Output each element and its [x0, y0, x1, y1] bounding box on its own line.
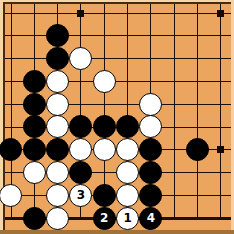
board-cell: [69, 116, 92, 139]
board-cell: [46, 47, 69, 70]
stone-white: [116, 138, 139, 161]
stone-white: [93, 138, 116, 161]
stone-white: [116, 184, 139, 207]
board-cell: 3: [69, 184, 92, 207]
board-cell: [0, 138, 23, 161]
board-cell: [93, 184, 116, 207]
stone-white: [69, 138, 92, 161]
board-cell: [46, 70, 69, 93]
stone-black: [23, 207, 46, 230]
board-cell: [46, 161, 69, 184]
board-cell: [46, 138, 69, 161]
stone-black: [93, 184, 116, 207]
stone-white: [139, 93, 162, 116]
stone-white: [46, 184, 69, 207]
stone-black: [23, 93, 46, 116]
stone-white: [93, 70, 116, 93]
board-cell: [116, 138, 139, 161]
board-cell: [93, 116, 116, 139]
board-cell: [69, 47, 92, 70]
stones-grid: 3214: [0, 2, 233, 230]
board-cell: [46, 184, 69, 207]
stone-black: [23, 138, 46, 161]
board-cell: [46, 93, 69, 116]
stone-white: [139, 115, 162, 138]
board-cell: [139, 116, 162, 139]
stone-white-3: 3: [69, 184, 92, 207]
board-cell: [139, 184, 162, 207]
board-cell: [186, 138, 209, 161]
board-cell: 1: [116, 207, 139, 230]
board-cell: [46, 207, 69, 230]
board-cell: [23, 116, 46, 139]
board-cell: [139, 138, 162, 161]
stone-black: [139, 184, 162, 207]
board-cell: [23, 161, 46, 184]
stone-black: [46, 24, 69, 47]
stone-black: [46, 47, 69, 70]
stone-white: [23, 161, 46, 184]
board-cell: 2: [93, 207, 116, 230]
board-cell: [23, 93, 46, 116]
board-cell: [23, 138, 46, 161]
board-cell: [116, 116, 139, 139]
board-cell: [23, 207, 46, 230]
board-cell: [116, 184, 139, 207]
stone-black: [69, 115, 92, 138]
stone-white: [69, 47, 92, 70]
board-cell: 4: [139, 207, 162, 230]
stone-black: [139, 161, 162, 184]
stone-black: [46, 138, 69, 161]
board-cell: [0, 184, 23, 207]
stone-black: [69, 161, 92, 184]
board-cell: [23, 70, 46, 93]
stone-white-1: 1: [116, 207, 139, 230]
board-cell: [139, 93, 162, 116]
stone-white: [0, 184, 22, 207]
stone-black: [0, 138, 22, 161]
board-cell: [46, 116, 69, 139]
stone-black: [93, 115, 116, 138]
go-board-diagram: 3214: [0, 0, 234, 234]
board-cell: [69, 161, 92, 184]
stone-black: [116, 115, 139, 138]
stone-white: [46, 70, 69, 93]
stone-black-4: 4: [139, 207, 162, 230]
stone-white: [46, 93, 69, 116]
board-cell: [116, 161, 139, 184]
board-frame-bottom-shadow: [0, 230, 234, 234]
stone-black: [23, 70, 46, 93]
board-cell: [69, 138, 92, 161]
stone-white: [116, 161, 139, 184]
stone-black: [186, 138, 209, 161]
board-cell: [93, 70, 116, 93]
stone-black: [23, 115, 46, 138]
stone-white: [46, 207, 69, 230]
stone-white: [46, 161, 69, 184]
stone-white: [46, 115, 69, 138]
board-cell: [46, 24, 69, 47]
stone-black: [139, 138, 162, 161]
board-cell: [93, 138, 116, 161]
stone-black-2: 2: [93, 207, 116, 230]
board-cell: [139, 161, 162, 184]
